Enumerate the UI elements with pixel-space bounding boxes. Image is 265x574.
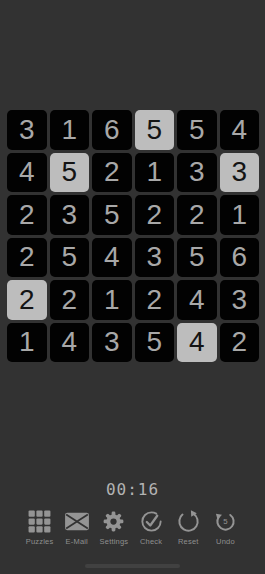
undo-label: Undo [216, 537, 235, 546]
cell-r2-c3[interactable]: 2 [92, 153, 132, 193]
cell-r4-c4[interactable]: 3 [135, 238, 175, 278]
cell-r6-c4[interactable]: 5 [135, 323, 175, 363]
cell-r3-c4[interactable]: 2 [135, 195, 175, 235]
cell-r2-c1[interactable]: 4 [7, 153, 47, 193]
cell-r5-c6[interactable]: 3 [220, 280, 260, 320]
check-circle-icon [139, 509, 164, 534]
puzzles-button[interactable]: Puzzles [21, 509, 58, 546]
settings-button[interactable]: Settings [95, 509, 132, 546]
cell-r1-c5[interactable]: 5 [177, 110, 217, 150]
settings-label: Settings [100, 537, 129, 546]
reset-label: Reset [178, 537, 199, 546]
hitori-board: 316554452133235221254356221243143542 [7, 110, 259, 362]
cell-r1-c4[interactable]: 5 [135, 110, 175, 150]
cell-r4-c6[interactable]: 6 [220, 238, 260, 278]
cell-r6-c1[interactable]: 1 [7, 323, 47, 363]
email-button[interactable]: E-Mail [58, 509, 95, 546]
check-label: Check [140, 537, 162, 546]
cell-r6-c2[interactable]: 4 [50, 323, 90, 363]
cell-r2-c6[interactable]: 3 [220, 153, 260, 193]
cell-r4-c2[interactable]: 5 [50, 238, 90, 278]
undo-button[interactable]: 5 Undo [207, 509, 244, 546]
cell-r1-c1[interactable]: 3 [7, 110, 47, 150]
cell-r5-c5[interactable]: 4 [177, 280, 217, 320]
timer: 00:16 [0, 480, 265, 499]
cell-r4-c3[interactable]: 4 [92, 238, 132, 278]
cell-r4-c1[interactable]: 2 [7, 238, 47, 278]
cell-r6-c5[interactable]: 4 [177, 323, 217, 363]
cell-r3-c3[interactable]: 5 [92, 195, 132, 235]
cell-r6-c3[interactable]: 3 [92, 323, 132, 363]
cell-r3-c5[interactable]: 2 [177, 195, 217, 235]
cell-r5-c4[interactable]: 2 [135, 280, 175, 320]
cell-r2-c5[interactable]: 3 [177, 153, 217, 193]
cell-r6-c6[interactable]: 2 [220, 323, 260, 363]
cell-r1-c6[interactable]: 4 [220, 110, 260, 150]
puzzles-grid-icon [27, 509, 52, 534]
cell-r4-c5[interactable]: 5 [177, 238, 217, 278]
cell-r5-c2[interactable]: 2 [50, 280, 90, 320]
reset-circular-arrow-icon [176, 509, 201, 534]
toolbar: Puzzles E-Mail Settings [0, 509, 265, 546]
cell-r3-c6[interactable]: 1 [220, 195, 260, 235]
cell-r5-c1[interactable]: 2 [7, 280, 47, 320]
settings-gear-icon [101, 509, 126, 534]
undo-arrow-icon: 5 [213, 509, 238, 534]
home-indicator[interactable] [85, 564, 180, 568]
undo-count-badge: 5 [223, 517, 228, 526]
cell-r1-c2[interactable]: 1 [50, 110, 90, 150]
cell-r1-c3[interactable]: 6 [92, 110, 132, 150]
reset-button[interactable]: Reset [170, 509, 207, 546]
check-button[interactable]: Check [133, 509, 170, 546]
cell-r2-c4[interactable]: 1 [135, 153, 175, 193]
email-label: E-Mail [66, 537, 88, 546]
cell-r5-c3[interactable]: 1 [92, 280, 132, 320]
email-envelope-icon [64, 509, 90, 534]
cell-r3-c2[interactable]: 3 [50, 195, 90, 235]
cell-r3-c1[interactable]: 2 [7, 195, 47, 235]
puzzles-label: Puzzles [26, 537, 54, 546]
cell-r2-c2[interactable]: 5 [50, 153, 90, 193]
